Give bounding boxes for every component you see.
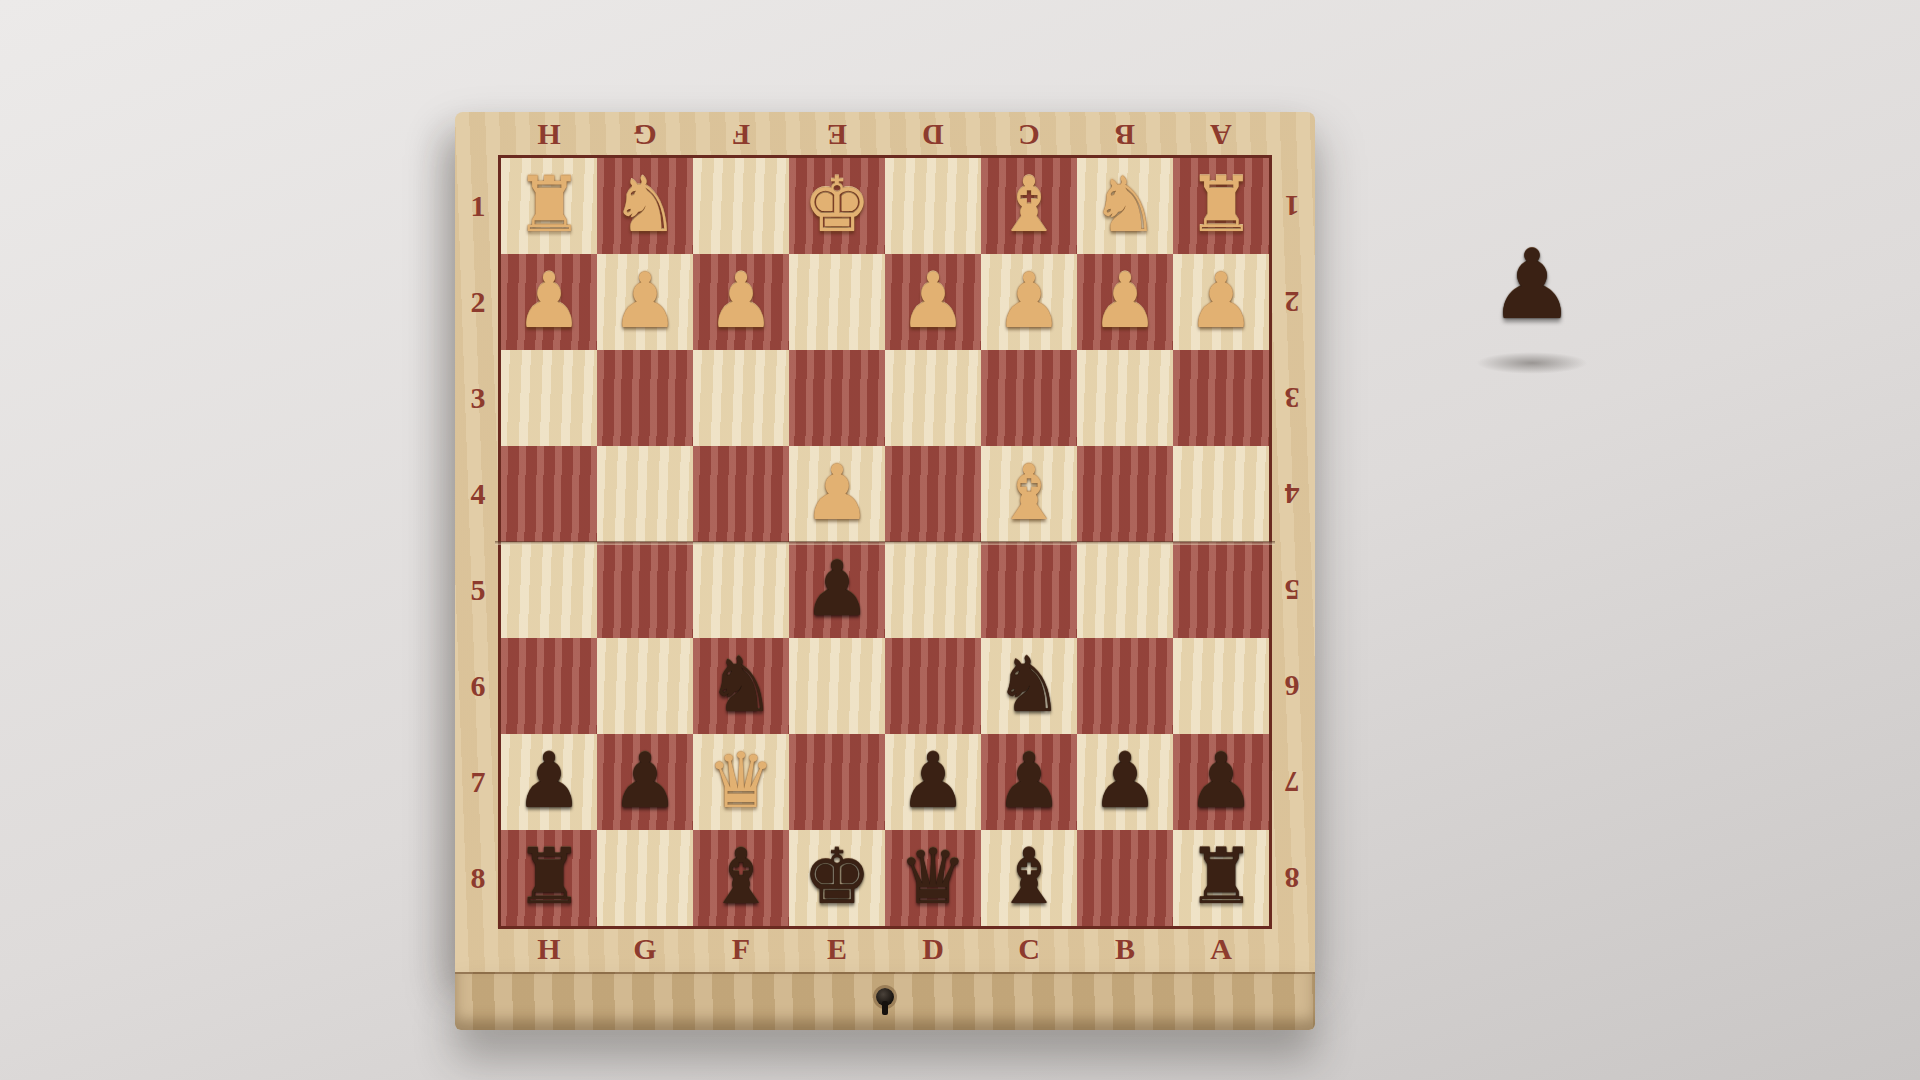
black-queen[interactable]: ♛ <box>885 830 981 926</box>
white-pawn[interactable]: ♟ <box>885 254 981 350</box>
label-right-6: 6 <box>1269 638 1315 734</box>
playing-field: ♜♞♚♝♞♜♟♟♟♟♟♟♟♟♝♟♞♞♟♟♛♟♟♟♟♜♝♚♛♝♜ <box>498 155 1272 929</box>
square-a8[interactable]: ♜ <box>1173 830 1269 926</box>
square-h6[interactable] <box>501 638 597 734</box>
square-f5[interactable] <box>693 542 789 638</box>
black-knight[interactable]: ♞ <box>693 638 789 734</box>
label-bottom-a: A <box>1173 926 1269 972</box>
white-pawn[interactable]: ♟ <box>693 254 789 350</box>
square-c8[interactable]: ♝ <box>981 830 1077 926</box>
label-bottom-c: C <box>981 926 1077 972</box>
square-b8[interactable] <box>1077 830 1173 926</box>
square-f4[interactable] <box>693 446 789 542</box>
white-knight[interactable]: ♞ <box>1077 158 1173 254</box>
label-right-4: 4 <box>1269 446 1315 542</box>
square-b1[interactable]: ♞ <box>1077 158 1173 254</box>
label-left-2: 2 <box>455 254 501 350</box>
square-b7[interactable]: ♟ <box>1077 734 1173 830</box>
square-f1[interactable] <box>693 158 789 254</box>
square-g3[interactable] <box>597 350 693 446</box>
label-bottom-g: G <box>597 926 693 972</box>
square-b5[interactable] <box>1077 542 1173 638</box>
board-frame: HGFEDCBA HGFEDCBA 12345678 12345678 ♜♞♚♝… <box>455 112 1315 972</box>
label-left-4: 4 <box>455 446 501 542</box>
square-c6[interactable]: ♞ <box>981 638 1077 734</box>
square-d8[interactable]: ♛ <box>885 830 981 926</box>
square-e3[interactable] <box>789 350 885 446</box>
black-knight[interactable]: ♞ <box>981 638 1077 734</box>
square-c4[interactable]: ♝ <box>981 446 1077 542</box>
white-rook[interactable]: ♜ <box>501 158 597 254</box>
square-e6[interactable] <box>789 638 885 734</box>
square-a7[interactable]: ♟ <box>1173 734 1269 830</box>
black-pawn[interactable]: ♟ <box>1077 734 1173 830</box>
label-left-6: 6 <box>455 638 501 734</box>
black-pawn[interactable]: ♟ <box>597 734 693 830</box>
square-h1[interactable]: ♜ <box>501 158 597 254</box>
square-a2[interactable]: ♟ <box>1173 254 1269 350</box>
keyhole-icon <box>876 988 894 1006</box>
black-pawn[interactable]: ♟ <box>1173 734 1269 830</box>
square-a5[interactable] <box>1173 542 1269 638</box>
square-g4[interactable] <box>597 446 693 542</box>
board-front-face <box>455 972 1315 1030</box>
square-e2[interactable] <box>789 254 885 350</box>
label-top-g: G <box>597 112 693 158</box>
label-top-b: B <box>1077 112 1173 158</box>
label-right-5: 5 <box>1269 542 1315 638</box>
square-g2[interactable]: ♟ <box>597 254 693 350</box>
square-h5[interactable] <box>501 542 597 638</box>
square-h4[interactable] <box>501 446 597 542</box>
square-h3[interactable] <box>501 350 597 446</box>
label-left-8: 8 <box>455 830 501 926</box>
label-bottom-f: F <box>693 926 789 972</box>
square-h2[interactable]: ♟ <box>501 254 597 350</box>
square-g5[interactable] <box>597 542 693 638</box>
white-pawn[interactable]: ♟ <box>501 254 597 350</box>
white-pawn[interactable]: ♟ <box>789 446 885 542</box>
square-f2[interactable]: ♟ <box>693 254 789 350</box>
square-b6[interactable] <box>1077 638 1173 734</box>
label-right-1: 1 <box>1269 158 1315 254</box>
white-pawn[interactable]: ♟ <box>597 254 693 350</box>
square-d7[interactable]: ♟ <box>885 734 981 830</box>
white-rook[interactable]: ♜ <box>1173 158 1269 254</box>
square-d5[interactable] <box>885 542 981 638</box>
square-c3[interactable] <box>981 350 1077 446</box>
black-rook[interactable]: ♜ <box>1173 830 1269 926</box>
black-bishop[interactable]: ♝ <box>693 830 789 926</box>
black-pawn[interactable]: ♟ <box>885 734 981 830</box>
square-e1[interactable]: ♚ <box>789 158 885 254</box>
label-right-3: 3 <box>1269 350 1315 446</box>
label-left-3: 3 <box>455 350 501 446</box>
square-a3[interactable] <box>1173 350 1269 446</box>
label-top-d: D <box>885 112 981 158</box>
square-d4[interactable] <box>885 446 981 542</box>
label-bottom-h: H <box>501 926 597 972</box>
square-e7[interactable] <box>789 734 885 830</box>
label-left-1: 1 <box>455 158 501 254</box>
square-c2[interactable]: ♟ <box>981 254 1077 350</box>
label-right-7: 7 <box>1269 734 1315 830</box>
label-top-a: A <box>1173 112 1269 158</box>
white-bishop[interactable]: ♝ <box>981 158 1077 254</box>
square-h8[interactable]: ♜ <box>501 830 597 926</box>
label-top-h: H <box>501 112 597 158</box>
label-left-5: 5 <box>455 542 501 638</box>
black-pawn[interactable]: ♟ <box>789 542 885 638</box>
label-bottom-d: D <box>885 926 981 972</box>
square-a6[interactable] <box>1173 638 1269 734</box>
label-bottom-e: E <box>789 926 885 972</box>
black-pawn[interactable]: ♟ <box>501 734 597 830</box>
square-d6[interactable] <box>885 638 981 734</box>
white-bishop[interactable]: ♝ <box>981 446 1077 542</box>
square-d2[interactable]: ♟ <box>885 254 981 350</box>
square-b3[interactable] <box>1077 350 1173 446</box>
black-bishop[interactable]: ♝ <box>981 830 1077 926</box>
white-pawn[interactable]: ♟ <box>1173 254 1269 350</box>
square-e5[interactable]: ♟ <box>789 542 885 638</box>
square-d1[interactable] <box>885 158 981 254</box>
square-g8[interactable] <box>597 830 693 926</box>
square-d3[interactable] <box>885 350 981 446</box>
white-pawn[interactable]: ♟ <box>1077 254 1173 350</box>
square-h7[interactable]: ♟ <box>501 734 597 830</box>
label-top-f: F <box>693 112 789 158</box>
black-king[interactable]: ♚ <box>789 830 885 926</box>
captured-pieces-area: ♟ <box>1452 210 1612 400</box>
square-a1[interactable]: ♜ <box>1173 158 1269 254</box>
square-c1[interactable]: ♝ <box>981 158 1077 254</box>
chess-board: HGFEDCBA HGFEDCBA 12345678 12345678 ♜♞♚♝… <box>455 112 1315 1030</box>
square-e4[interactable]: ♟ <box>789 446 885 542</box>
white-pawn[interactable]: ♟ <box>981 254 1077 350</box>
black-rook[interactable]: ♜ <box>501 830 597 926</box>
square-b4[interactable] <box>1077 446 1173 542</box>
square-f7[interactable]: ♛ <box>693 734 789 830</box>
captured-black-pawn[interactable]: ♟ <box>1452 210 1612 360</box>
square-c5[interactable] <box>981 542 1077 638</box>
label-top-e: E <box>789 112 885 158</box>
white-king[interactable]: ♚ <box>789 158 885 254</box>
square-f6[interactable]: ♞ <box>693 638 789 734</box>
label-left-7: 7 <box>455 734 501 830</box>
square-g1[interactable]: ♞ <box>597 158 693 254</box>
label-right-8: 8 <box>1269 830 1315 926</box>
square-b2[interactable]: ♟ <box>1077 254 1173 350</box>
square-f8[interactable]: ♝ <box>693 830 789 926</box>
black-pawn[interactable]: ♟ <box>981 734 1077 830</box>
label-right-2: 2 <box>1269 254 1315 350</box>
square-g7[interactable]: ♟ <box>597 734 693 830</box>
square-c7[interactable]: ♟ <box>981 734 1077 830</box>
square-e8[interactable]: ♚ <box>789 830 885 926</box>
square-a4[interactable] <box>1173 446 1269 542</box>
square-g6[interactable] <box>597 638 693 734</box>
label-top-c: C <box>981 112 1077 158</box>
label-bottom-b: B <box>1077 926 1173 972</box>
white-queen[interactable]: ♛ <box>693 734 789 830</box>
square-f3[interactable] <box>693 350 789 446</box>
white-knight[interactable]: ♞ <box>597 158 693 254</box>
